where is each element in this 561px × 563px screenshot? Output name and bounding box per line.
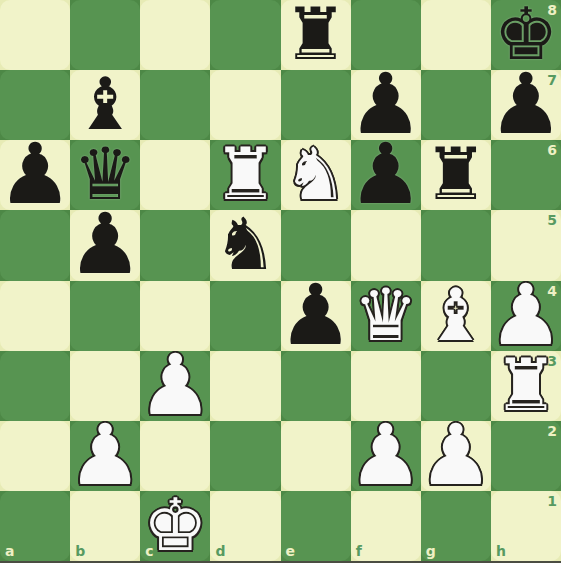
- square-c4[interactable]: [140, 281, 210, 351]
- square-f2[interactable]: ♟: [351, 421, 421, 491]
- square-e1[interactable]: e: [281, 491, 351, 561]
- piece-black-rook[interactable]: ♜: [424, 140, 489, 209]
- square-a6[interactable]: ♟: [0, 140, 70, 210]
- file-label-h: h: [496, 544, 506, 558]
- square-b8[interactable]: [70, 0, 140, 70]
- piece-white-rook[interactable]: ♜: [494, 351, 559, 420]
- square-a8[interactable]: [0, 0, 70, 70]
- piece-black-rook[interactable]: ♜: [283, 0, 348, 69]
- square-d8[interactable]: [210, 0, 280, 70]
- square-b4[interactable]: [70, 281, 140, 351]
- square-g6[interactable]: ♜: [421, 140, 491, 210]
- square-a3[interactable]: [0, 351, 70, 421]
- rank-label-1: 1: [547, 494, 557, 508]
- square-b2[interactable]: ♟: [70, 421, 140, 491]
- rank-label-6: 6: [547, 143, 557, 157]
- piece-black-bishop[interactable]: ♝: [73, 70, 138, 139]
- square-g2[interactable]: ♟: [421, 421, 491, 491]
- square-h5[interactable]: 5: [491, 210, 561, 280]
- square-a2[interactable]: [0, 421, 70, 491]
- square-g8[interactable]: [421, 0, 491, 70]
- square-f4[interactable]: ♛: [351, 281, 421, 351]
- square-a4[interactable]: [0, 281, 70, 351]
- square-f6[interactable]: ♟: [351, 140, 421, 210]
- square-a7[interactable]: [0, 70, 70, 140]
- square-d7[interactable]: [210, 70, 280, 140]
- square-f8[interactable]: [351, 0, 421, 70]
- square-h4[interactable]: ♟4: [491, 281, 561, 351]
- square-d2[interactable]: [210, 421, 280, 491]
- square-f7[interactable]: ♟: [351, 70, 421, 140]
- square-e2[interactable]: [281, 421, 351, 491]
- piece-black-pawn[interactable]: ♟: [70, 210, 140, 279]
- file-label-f: f: [356, 544, 362, 558]
- square-a1[interactable]: a: [0, 491, 70, 561]
- piece-white-pawn[interactable]: ♟: [70, 421, 140, 490]
- piece-white-pawn[interactable]: ♟: [351, 421, 421, 490]
- square-h1[interactable]: 1h: [491, 491, 561, 561]
- piece-white-pawn[interactable]: ♟: [421, 421, 491, 490]
- piece-black-king[interactable]: ♚: [494, 0, 559, 69]
- square-d3[interactable]: [210, 351, 280, 421]
- file-label-g: g: [426, 544, 436, 558]
- square-h6[interactable]: 6: [491, 140, 561, 210]
- piece-black-pawn[interactable]: ♟: [491, 70, 561, 139]
- square-c5[interactable]: [140, 210, 210, 280]
- file-label-d: d: [215, 544, 225, 558]
- square-c8[interactable]: [140, 0, 210, 70]
- square-d6[interactable]: ♜: [210, 140, 280, 210]
- square-e3[interactable]: [281, 351, 351, 421]
- square-g7[interactable]: [421, 70, 491, 140]
- rank-label-2: 2: [547, 424, 557, 438]
- square-d1[interactable]: d: [210, 491, 280, 561]
- square-g4[interactable]: ♝: [421, 281, 491, 351]
- piece-white-pawn[interactable]: ♟: [140, 351, 210, 420]
- square-d4[interactable]: [210, 281, 280, 351]
- square-e7[interactable]: [281, 70, 351, 140]
- square-b3[interactable]: [70, 351, 140, 421]
- square-e4[interactable]: ♟: [281, 281, 351, 351]
- square-a5[interactable]: [0, 210, 70, 280]
- rank-label-5: 5: [547, 213, 557, 227]
- piece-black-knight[interactable]: ♞: [213, 210, 278, 279]
- square-b6[interactable]: ♛: [70, 140, 140, 210]
- square-g1[interactable]: g: [421, 491, 491, 561]
- square-c2[interactable]: [140, 421, 210, 491]
- square-b5[interactable]: ♟: [70, 210, 140, 280]
- piece-black-pawn[interactable]: ♟: [351, 70, 421, 139]
- file-label-e: e: [286, 544, 296, 558]
- file-label-a: a: [5, 544, 14, 558]
- file-label-b: b: [75, 544, 85, 558]
- square-e6[interactable]: ♞: [281, 140, 351, 210]
- square-f1[interactable]: f: [351, 491, 421, 561]
- square-e8[interactable]: ♜: [281, 0, 351, 70]
- piece-white-knight[interactable]: ♞: [283, 140, 348, 209]
- piece-white-pawn[interactable]: ♟: [491, 281, 561, 350]
- piece-black-pawn[interactable]: ♟: [0, 140, 70, 209]
- chess-board: ♜♚8♝♟♟7♟♛♜♞♟♜6♟♞5♟♛♝♟4♟♜3♟♟♟2ab♚cdefg1h: [0, 0, 561, 561]
- square-h7[interactable]: ♟7: [491, 70, 561, 140]
- square-f3[interactable]: [351, 351, 421, 421]
- piece-white-king[interactable]: ♚: [143, 491, 208, 560]
- piece-black-pawn[interactable]: ♟: [281, 281, 351, 350]
- square-b7[interactable]: ♝: [70, 70, 140, 140]
- square-c3[interactable]: ♟: [140, 351, 210, 421]
- square-g3[interactable]: [421, 351, 491, 421]
- piece-white-queen[interactable]: ♛: [353, 281, 418, 350]
- square-f5[interactable]: [351, 210, 421, 280]
- square-c7[interactable]: [140, 70, 210, 140]
- square-h3[interactable]: ♜3: [491, 351, 561, 421]
- piece-white-bishop[interactable]: ♝: [424, 281, 489, 350]
- piece-black-queen[interactable]: ♛: [73, 140, 138, 209]
- square-c6[interactable]: [140, 140, 210, 210]
- piece-white-rook[interactable]: ♜: [213, 140, 278, 209]
- square-b1[interactable]: b: [70, 491, 140, 561]
- square-d5[interactable]: ♞: [210, 210, 280, 280]
- square-h2[interactable]: 2: [491, 421, 561, 491]
- square-h8[interactable]: ♚8: [491, 0, 561, 70]
- square-e5[interactable]: [281, 210, 351, 280]
- square-c1[interactable]: ♚c: [140, 491, 210, 561]
- square-g5[interactable]: [421, 210, 491, 280]
- piece-black-pawn[interactable]: ♟: [351, 140, 421, 209]
